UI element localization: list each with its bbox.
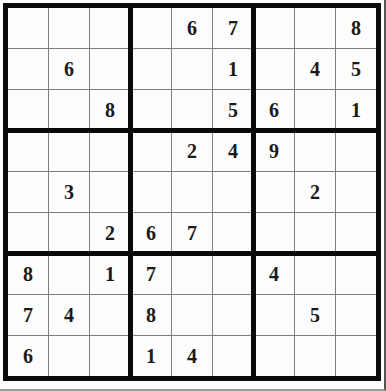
- cell-r2c9[interactable]: 5: [336, 49, 376, 89]
- cell-r8c3[interactable]: [90, 295, 130, 335]
- cell-r6c2[interactable]: [49, 213, 89, 253]
- cell-r7c7[interactable]: 4: [254, 254, 294, 294]
- cell-r1c7[interactable]: [254, 8, 294, 48]
- cell-r4c6[interactable]: 4: [213, 131, 253, 171]
- cell-r3c7[interactable]: 6: [254, 90, 294, 130]
- cell-r2c7[interactable]: [254, 49, 294, 89]
- cell-r5c2[interactable]: 3: [49, 172, 89, 212]
- cell-r2c2[interactable]: 6: [49, 49, 89, 89]
- cell-r9c6[interactable]: [213, 336, 253, 376]
- cell-r8c4[interactable]: 8: [131, 295, 171, 335]
- cell-r8c8[interactable]: 5: [295, 295, 335, 335]
- cell-r2c1[interactable]: [8, 49, 48, 89]
- cell-r4c2[interactable]: [49, 131, 89, 171]
- cell-r2c8[interactable]: 4: [295, 49, 335, 89]
- cell-r3c2[interactable]: [49, 90, 89, 130]
- cell-r4c9[interactable]: [336, 131, 376, 171]
- cell-r5c4[interactable]: [131, 172, 171, 212]
- cell-r7c5[interactable]: [172, 254, 212, 294]
- cell-r1c9[interactable]: 8: [336, 8, 376, 48]
- cell-r6c9[interactable]: [336, 213, 376, 253]
- cell-r5c7[interactable]: [254, 172, 294, 212]
- cell-r5c5[interactable]: [172, 172, 212, 212]
- cell-r8c9[interactable]: [336, 295, 376, 335]
- cell-r9c3[interactable]: [90, 336, 130, 376]
- cell-r6c6[interactable]: [213, 213, 253, 253]
- cell-r9c1[interactable]: 6: [8, 336, 48, 376]
- cell-r3c4[interactable]: [131, 90, 171, 130]
- cell-r2c4[interactable]: [131, 49, 171, 89]
- cell-r5c8[interactable]: 2: [295, 172, 335, 212]
- cell-r4c4[interactable]: [131, 131, 171, 171]
- cell-r7c6[interactable]: [213, 254, 253, 294]
- cell-r4c8[interactable]: [295, 131, 335, 171]
- cell-r1c6[interactable]: 7: [213, 8, 253, 48]
- cell-r3c1[interactable]: [8, 90, 48, 130]
- cell-r6c5[interactable]: 7: [172, 213, 212, 253]
- cell-r6c1[interactable]: [8, 213, 48, 253]
- cell-r9c5[interactable]: 4: [172, 336, 212, 376]
- cell-r6c3[interactable]: 2: [90, 213, 130, 253]
- cell-r7c2[interactable]: [49, 254, 89, 294]
- cell-r4c3[interactable]: [90, 131, 130, 171]
- cell-r9c7[interactable]: [254, 336, 294, 376]
- cell-r5c9[interactable]: [336, 172, 376, 212]
- sudoku-page: 678614585612493226781747485614: [0, 0, 386, 391]
- cell-r8c5[interactable]: [172, 295, 212, 335]
- cell-r6c4[interactable]: 6: [131, 213, 171, 253]
- cell-r8c2[interactable]: 4: [49, 295, 89, 335]
- cell-r1c3[interactable]: [90, 8, 130, 48]
- cell-r9c9[interactable]: [336, 336, 376, 376]
- cell-r1c2[interactable]: [49, 8, 89, 48]
- cell-r8c6[interactable]: [213, 295, 253, 335]
- cell-r2c5[interactable]: [172, 49, 212, 89]
- cell-r9c4[interactable]: 1: [131, 336, 171, 376]
- cell-r2c6[interactable]: 1: [213, 49, 253, 89]
- cell-r3c6[interactable]: 5: [213, 90, 253, 130]
- cell-r9c8[interactable]: [295, 336, 335, 376]
- cell-r9c2[interactable]: [49, 336, 89, 376]
- cell-r3c8[interactable]: [295, 90, 335, 130]
- cell-r7c4[interactable]: 7: [131, 254, 171, 294]
- cell-r3c5[interactable]: [172, 90, 212, 130]
- cell-r4c1[interactable]: [8, 131, 48, 171]
- cell-r6c7[interactable]: [254, 213, 294, 253]
- cell-r3c9[interactable]: 1: [336, 90, 376, 130]
- cell-r5c3[interactable]: [90, 172, 130, 212]
- cell-r1c8[interactable]: [295, 8, 335, 48]
- cell-r7c1[interactable]: 8: [8, 254, 48, 294]
- cell-r4c7[interactable]: 9: [254, 131, 294, 171]
- cell-r5c1[interactable]: [8, 172, 48, 212]
- sudoku-board: 678614585612493226781747485614: [3, 3, 381, 381]
- cell-r5c6[interactable]: [213, 172, 253, 212]
- cell-r4c5[interactable]: 2: [172, 131, 212, 171]
- cell-r8c1[interactable]: 7: [8, 295, 48, 335]
- cell-r1c5[interactable]: 6: [172, 8, 212, 48]
- cell-r1c1[interactable]: [8, 8, 48, 48]
- cell-r6c8[interactable]: [295, 213, 335, 253]
- cell-r1c4[interactable]: [131, 8, 171, 48]
- cell-r8c7[interactable]: [254, 295, 294, 335]
- cell-r7c8[interactable]: [295, 254, 335, 294]
- cell-r7c9[interactable]: [336, 254, 376, 294]
- cell-r3c3[interactable]: 8: [90, 90, 130, 130]
- cell-r2c3[interactable]: [90, 49, 130, 89]
- cell-r7c3[interactable]: 1: [90, 254, 130, 294]
